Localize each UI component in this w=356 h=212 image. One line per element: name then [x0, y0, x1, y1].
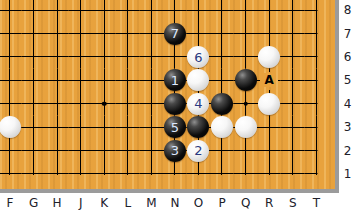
intersection-s5[interactable] [281, 69, 305, 92]
intersection-g6[interactable] [22, 45, 46, 68]
intersection-o5[interactable] [187, 69, 211, 92]
intersection-o2[interactable]: 2 [187, 139, 211, 162]
intersection-n7[interactable]: 7 [163, 22, 187, 45]
intersection-o1[interactable] [187, 162, 211, 185]
column-label-s: S [284, 194, 302, 212]
white-stone: 2 [187, 140, 209, 162]
intersection-l4[interactable] [116, 92, 140, 115]
intersection-k1[interactable] [92, 162, 116, 185]
column-label-f: F [1, 194, 19, 212]
intersection-t3[interactable] [305, 116, 329, 139]
intersection-r2[interactable] [257, 139, 281, 162]
column-label-q: Q [237, 194, 255, 212]
star-point [102, 102, 107, 107]
intersection-p3[interactable] [210, 116, 234, 139]
star-point [243, 102, 248, 107]
intersection-g3[interactable] [22, 116, 46, 139]
white-stone: 4 [187, 93, 209, 115]
black-stone [187, 116, 209, 138]
column-label-j: J [72, 194, 90, 212]
intersection-m8[interactable] [140, 0, 164, 22]
column-label-k: K [95, 194, 113, 212]
intersection-g2[interactable] [22, 139, 46, 162]
intersection-f2[interactable] [0, 139, 22, 162]
intersection-h4[interactable] [45, 92, 69, 115]
column-label-h: H [48, 194, 66, 212]
column-label-t: T [307, 194, 325, 212]
row-label-1: 1 [339, 166, 356, 182]
column-label-m: M [142, 194, 160, 212]
intersection-o8[interactable] [187, 0, 211, 22]
white-stone [258, 93, 280, 115]
intersection-j7[interactable] [69, 22, 93, 45]
intersection-n5[interactable]: 1 [163, 69, 187, 92]
intersection-f4[interactable] [0, 92, 22, 115]
intersection-f8[interactable] [0, 0, 22, 22]
intersection-q6[interactable] [234, 45, 258, 68]
intersection-m4[interactable] [140, 92, 164, 115]
intersection-o4[interactable]: 4 [187, 92, 211, 115]
row-label-7: 7 [339, 26, 356, 42]
intersection-g5[interactable] [22, 69, 46, 92]
intersection-f1[interactable] [0, 162, 22, 185]
intersection-q5[interactable] [234, 69, 258, 92]
intersection-m7[interactable] [140, 22, 164, 45]
intersection-m3[interactable] [140, 116, 164, 139]
go-diagram: 761A4532 FGHJKLMNOPQRST 87654321 [0, 0, 356, 212]
intersection-t5[interactable] [305, 69, 329, 92]
intersection-j3[interactable] [69, 116, 93, 139]
intersection-g8[interactable] [22, 0, 46, 22]
intersection-q4[interactable] [234, 92, 258, 115]
black-stone: 3 [164, 140, 186, 162]
column-label-l: L [119, 194, 137, 212]
intersection-m5[interactable] [140, 69, 164, 92]
white-stone [187, 69, 209, 91]
intersection-t1[interactable] [305, 162, 329, 185]
intersection-l6[interactable] [116, 45, 140, 68]
intersection-p4[interactable] [210, 92, 234, 115]
point-label-a: A [263, 73, 276, 87]
go-board: 761A4532 [0, 0, 339, 193]
white-stone [258, 46, 280, 68]
intersection-j8[interactable] [69, 0, 93, 22]
intersection-h3[interactable] [45, 116, 69, 139]
intersection-o3[interactable] [187, 116, 211, 139]
black-stone [211, 93, 233, 115]
intersection-t7[interactable] [305, 22, 329, 45]
intersection-q2[interactable] [234, 139, 258, 162]
intersection-p6[interactable] [210, 45, 234, 68]
intersection-p1[interactable] [210, 162, 234, 185]
intersection-f3[interactable] [0, 116, 22, 139]
intersection-g7[interactable] [22, 22, 46, 45]
intersection-q1[interactable] [234, 162, 258, 185]
intersection-o7[interactable] [187, 22, 211, 45]
intersection-q3[interactable] [234, 116, 258, 139]
intersection-k3[interactable] [92, 116, 116, 139]
intersection-t6[interactable] [305, 45, 329, 68]
black-stone: 1 [164, 69, 186, 91]
intersection-r4[interactable] [257, 92, 281, 115]
white-stone [235, 116, 257, 138]
intersection-s2[interactable] [281, 139, 305, 162]
intersection-k8[interactable] [92, 0, 116, 22]
intersection-n1[interactable] [163, 162, 187, 185]
intersection-j6[interactable] [69, 45, 93, 68]
intersection-s7[interactable] [281, 22, 305, 45]
row-label-3: 3 [339, 119, 356, 135]
intersection-h2[interactable] [45, 139, 69, 162]
column-label-o: O [190, 194, 208, 212]
column-label-g: G [25, 194, 43, 212]
intersection-f5[interactable] [0, 69, 22, 92]
intersection-h8[interactable] [45, 0, 69, 22]
white-stone: 6 [187, 46, 209, 68]
black-stone [164, 93, 186, 115]
row-label-2: 2 [339, 143, 356, 159]
intersection-k6[interactable] [92, 45, 116, 68]
intersection-g1[interactable] [22, 162, 46, 185]
intersection-l3[interactable] [116, 116, 140, 139]
intersection-p5[interactable] [210, 69, 234, 92]
column-label-r: R [260, 194, 278, 212]
intersection-m1[interactable] [140, 162, 164, 185]
row-label-8: 8 [339, 2, 356, 18]
intersection-q8[interactable] [234, 0, 258, 22]
intersection-m2[interactable] [140, 139, 164, 162]
intersection-j5[interactable] [69, 69, 93, 92]
intersection-l5[interactable] [116, 69, 140, 92]
intersection-p8[interactable] [210, 0, 234, 22]
intersection-f6[interactable] [0, 45, 22, 68]
intersection-k7[interactable] [92, 22, 116, 45]
intersection-n2[interactable]: 3 [163, 139, 187, 162]
intersection-l8[interactable] [116, 0, 140, 22]
intersection-h6[interactable] [45, 45, 69, 68]
intersection-h7[interactable] [45, 22, 69, 45]
intersection-n8[interactable] [163, 0, 187, 22]
intersection-l1[interactable] [116, 162, 140, 185]
intersection-h5[interactable] [45, 69, 69, 92]
intersection-r3[interactable] [257, 116, 281, 139]
white-stone [0, 116, 21, 138]
column-label-p: P [213, 194, 231, 212]
intersection-p7[interactable] [210, 22, 234, 45]
row-label-5: 5 [339, 72, 356, 88]
intersection-t2[interactable] [305, 139, 329, 162]
intersection-p2[interactable] [210, 139, 234, 162]
intersection-t4[interactable] [305, 92, 329, 115]
black-stone: 5 [164, 116, 186, 138]
intersection-m6[interactable] [140, 45, 164, 68]
intersection-s1[interactable] [281, 162, 305, 185]
intersection-r8[interactable] [257, 0, 281, 22]
white-stone [211, 116, 233, 138]
intersection-r5[interactable]: A [257, 69, 281, 92]
intersection-j4[interactable] [69, 92, 93, 115]
intersection-r1[interactable] [257, 162, 281, 185]
intersection-l2[interactable] [116, 139, 140, 162]
row-label-4: 4 [339, 96, 356, 112]
intersection-l7[interactable] [116, 22, 140, 45]
intersection-o6[interactable]: 6 [187, 45, 211, 68]
column-label-n: N [166, 194, 184, 212]
black-stone: 7 [164, 23, 186, 45]
intersection-q7[interactable] [234, 22, 258, 45]
row-label-6: 6 [339, 49, 356, 65]
intersection-t8[interactable] [305, 0, 329, 22]
intersection-h1[interactable] [45, 162, 69, 185]
intersection-s3[interactable] [281, 116, 305, 139]
black-stone [235, 69, 257, 91]
intersection-k2[interactable] [92, 139, 116, 162]
intersection-j1[interactable] [69, 162, 93, 185]
intersection-f7[interactable] [0, 22, 22, 45]
intersection-s6[interactable] [281, 45, 305, 68]
intersection-s4[interactable] [281, 92, 305, 115]
intersection-r7[interactable] [257, 22, 281, 45]
intersection-n3[interactable]: 5 [163, 116, 187, 139]
intersection-k4[interactable] [92, 92, 116, 115]
intersection-g4[interactable] [22, 92, 46, 115]
intersection-r6[interactable] [257, 45, 281, 68]
intersection-k5[interactable] [92, 69, 116, 92]
intersection-j2[interactable] [69, 139, 93, 162]
intersection-n4[interactable] [163, 92, 187, 115]
intersection-n6[interactable] [163, 45, 187, 68]
board-grid: 761A4532 [0, 0, 328, 186]
intersection-s8[interactable] [281, 0, 305, 22]
